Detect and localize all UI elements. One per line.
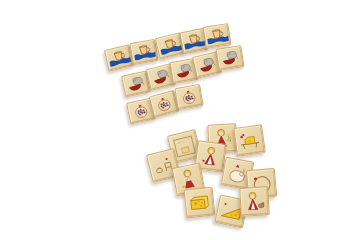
- girl-goat-icon: [240, 187, 268, 215]
- tile-girl-goat[interactable]: [239, 186, 269, 216]
- mouse-at-bowl-icon: [122, 72, 150, 97]
- tile-cheese-block[interactable]: [183, 186, 215, 218]
- cheese-block-icon: [184, 187, 214, 217]
- tile-mouse-at-bowl[interactable]: [215, 45, 244, 71]
- cup-on-water-icon: [130, 40, 157, 64]
- tile-cheese-table[interactable]: [233, 124, 266, 157]
- tile-cup-on-water[interactable]: [129, 39, 158, 65]
- mouse-at-bowl-icon: [217, 46, 244, 70]
- cup-on-water-icon: [105, 45, 133, 70]
- tile-flower-basket[interactable]: [174, 84, 203, 110]
- flower-basket-icon: [150, 91, 178, 117]
- cheese-table-icon: [234, 125, 264, 155]
- cup-on-water-icon: [204, 24, 231, 48]
- tile-cup-on-water[interactable]: [202, 23, 231, 49]
- flower-basket-icon: [175, 85, 202, 109]
- tabletop-photo: [0, 0, 360, 240]
